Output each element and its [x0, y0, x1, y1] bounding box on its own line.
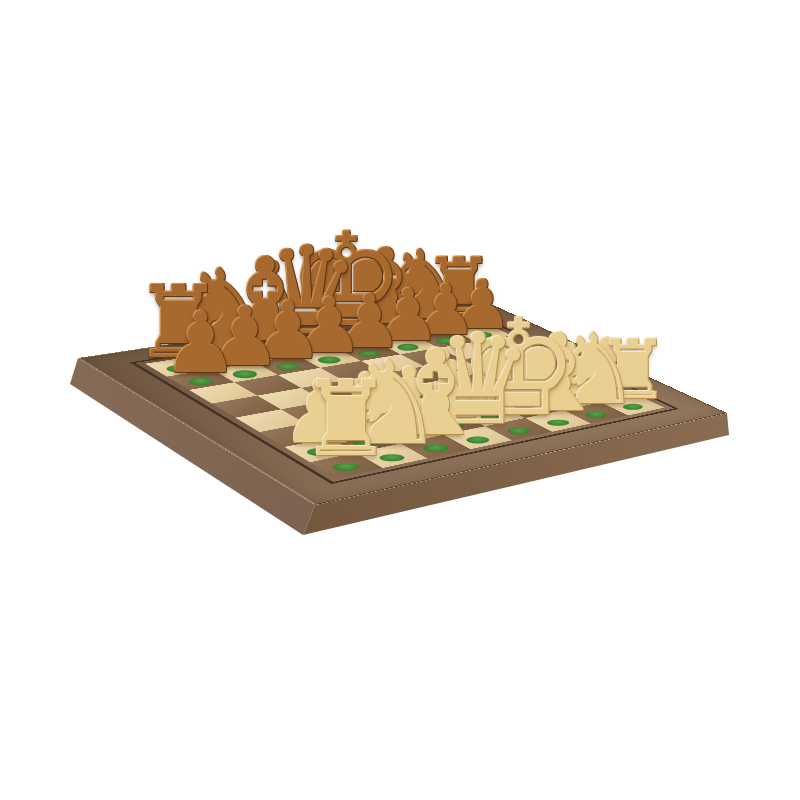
chess-set-product-photo: ♜♞♝♛♚♝♞♜♟♟♟♟♟♟♟♟♟♟♟♟♟♟♟♟♜♞♝♛♚♝♞♜	[0, 0, 800, 800]
chess-board	[78, 298, 727, 505]
